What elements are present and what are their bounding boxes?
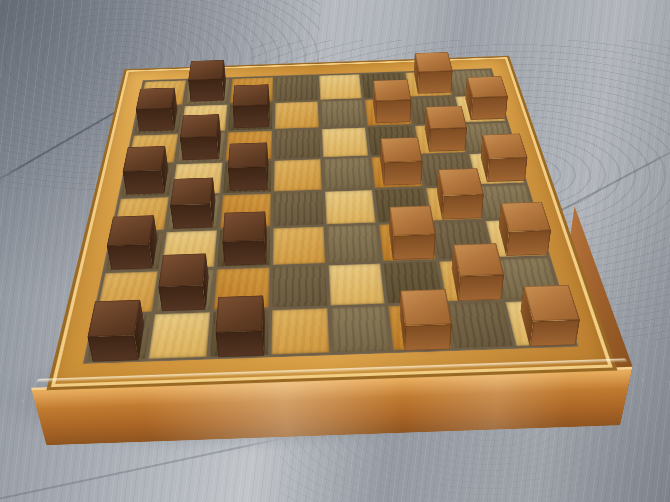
game-board (46, 56, 617, 391)
cube-face (136, 108, 174, 131)
cube-face (529, 319, 579, 346)
cube-face (88, 300, 141, 337)
pieces-layer (87, 70, 574, 361)
cube-face (471, 96, 508, 120)
cube-face (390, 206, 436, 236)
cube-face (374, 79, 412, 100)
cube-face (501, 202, 551, 232)
cube-face (215, 331, 264, 358)
cube-face (393, 235, 436, 261)
piece-dark-a5[interactable] (127, 169, 169, 195)
piece-dark-a7[interactable] (140, 109, 178, 131)
piece-dark-b8[interactable] (191, 82, 226, 102)
cube-face (170, 177, 213, 205)
cube-face (232, 84, 268, 106)
cube-face (215, 295, 263, 332)
cube-face (217, 114, 221, 159)
piece-light-f5[interactable] (381, 160, 422, 186)
cube-face (506, 231, 551, 257)
cube-face (222, 212, 265, 242)
cube-face (158, 285, 205, 311)
cube-face (384, 161, 423, 186)
cube-face (405, 324, 453, 351)
piece-light-h3[interactable] (499, 226, 548, 256)
piece-dark-b6[interactable] (183, 136, 221, 160)
cube-face (180, 114, 219, 137)
cube-face (467, 76, 508, 97)
piece-light-h1[interactable] (520, 309, 575, 346)
piece-dark-b4[interactable] (173, 201, 215, 229)
piece-light-g2[interactable] (452, 268, 502, 301)
cube-face (429, 127, 467, 151)
piece-light-f1[interactable] (400, 314, 450, 351)
cube-face (401, 289, 452, 326)
photo-scene (0, 0, 670, 502)
cube-face (228, 143, 267, 168)
cube-face (107, 245, 153, 271)
piece-light-h7[interactable] (465, 98, 505, 120)
cube-face (487, 157, 527, 182)
cube-face (376, 100, 412, 124)
cube-face (88, 335, 139, 361)
cube-face (453, 243, 504, 276)
cube-face (170, 204, 213, 229)
cube-face (458, 275, 504, 301)
piece-light-f3[interactable] (390, 230, 435, 260)
cube-face (123, 170, 165, 194)
piece-light-h5[interactable] (481, 157, 525, 182)
cube-face (438, 168, 483, 195)
piece-dark-c1[interactable] (218, 320, 265, 357)
cube-face (442, 194, 484, 219)
cube-face (222, 241, 266, 267)
cube-face (381, 137, 423, 162)
cube-face (172, 88, 178, 131)
cube-face (123, 146, 165, 171)
piece-dark-b2[interactable] (162, 278, 208, 312)
piece-dark-a3[interactable] (112, 239, 158, 270)
piece-light-f7[interactable] (373, 101, 410, 123)
cube-face (222, 60, 226, 101)
cube-face (188, 79, 224, 102)
cube-face (426, 105, 467, 128)
piece-dark-c7[interactable] (234, 106, 269, 128)
cube-face (418, 71, 453, 94)
cube-face (228, 167, 268, 192)
cube-face (415, 52, 453, 72)
piece-dark-c3[interactable] (224, 236, 266, 267)
piece-light-g8[interactable] (414, 74, 451, 94)
cube-face (136, 88, 175, 110)
cube-face (482, 134, 527, 159)
cube-face (158, 253, 205, 286)
cube-face (232, 105, 269, 128)
piece-light-g6[interactable] (425, 128, 466, 151)
piece-dark-c5[interactable] (230, 165, 268, 191)
cube-face (180, 136, 219, 160)
cube-face (107, 216, 154, 246)
piece-dark-a1[interactable] (93, 324, 144, 361)
piece-light-g4[interactable] (437, 192, 482, 220)
cube-face (188, 60, 224, 80)
